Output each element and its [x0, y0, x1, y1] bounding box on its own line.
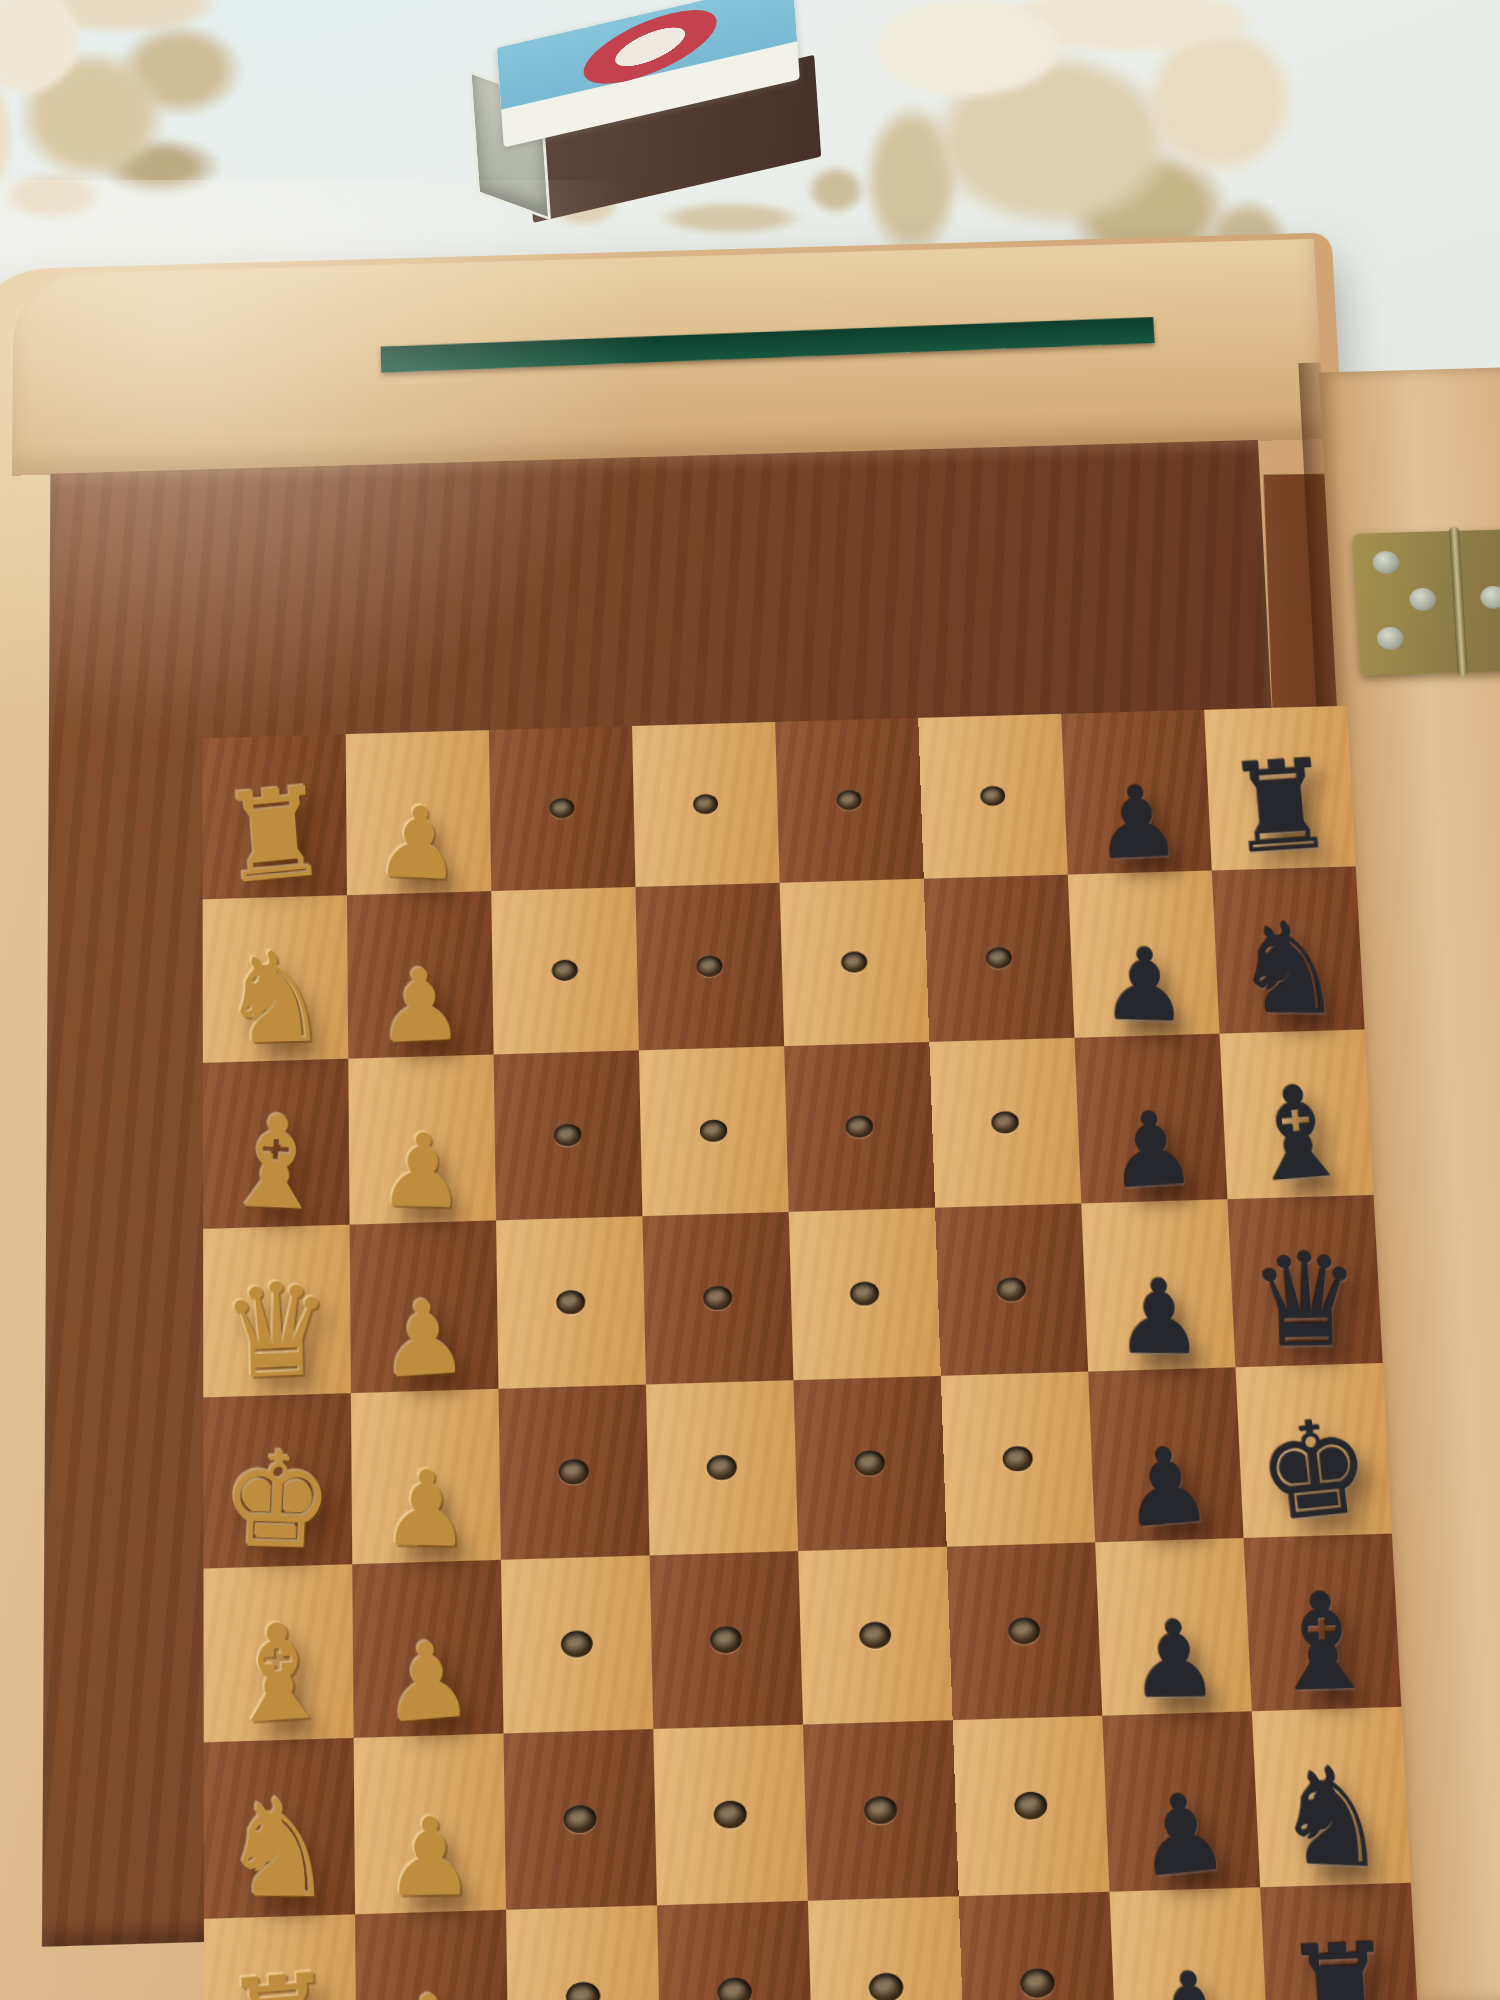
square-a7[interactable]: ♟	[1061, 710, 1212, 875]
square-a1[interactable]: ♜	[202, 734, 347, 899]
peg-hole	[841, 951, 867, 973]
chess-board[interactable]: ♜♟♟♜♞♟♟♞♝♟♟♝♛♟♟♛♚♟♟♚♝♟♟♝♞♟♟♞♜♟♟♜	[202, 706, 1420, 2000]
peg-hole	[1002, 1446, 1033, 1472]
hinge-pin	[1449, 527, 1468, 677]
peg-hole	[859, 1622, 891, 1649]
square-h4[interactable]	[657, 1901, 813, 2000]
piece-wQ-d1[interactable]: ♛	[220, 1266, 334, 1394]
square-c4[interactable]	[639, 1046, 789, 1216]
peg-hole	[854, 1450, 885, 1476]
square-f8[interactable]: ♝	[1244, 1534, 1402, 1712]
square-e2[interactable]: ♟	[351, 1389, 501, 1564]
piece-bP-c7[interactable]: ♟	[1105, 1099, 1200, 1201]
square-b8[interactable]: ♞	[1212, 866, 1365, 1033]
square-a2[interactable]: ♟	[346, 730, 492, 895]
peg-hole	[696, 955, 722, 977]
square-d1[interactable]: ♛	[203, 1225, 351, 1398]
peg-hole	[1020, 1968, 1055, 1998]
piece-bP-a7[interactable]: ♟	[1092, 774, 1184, 871]
square-c3[interactable]	[494, 1050, 643, 1220]
square-f3[interactable]	[501, 1555, 653, 1733]
piece-bQ-d8[interactable]: ♛	[1248, 1239, 1363, 1363]
square-f1[interactable]: ♝	[204, 1564, 354, 1742]
peg-hole	[693, 794, 718, 815]
brass-hinge	[1353, 528, 1500, 675]
square-a8[interactable]: ♜	[1204, 706, 1356, 871]
piece-wP-a2[interactable]: ♟	[373, 794, 465, 891]
piece-bP-h7[interactable]: ♟	[1142, 1959, 1238, 2000]
photo-scene: ♜♟♟♜♞♟♟♞♝♟♟♝♛♟♟♛♚♟♟♚♝♟♟♝♞♟♟♞♜♟♟♜	[0, 0, 1500, 2000]
square-g6[interactable]	[953, 1716, 1110, 1897]
square-e4[interactable]	[646, 1380, 798, 1555]
peg-hole	[1008, 1617, 1040, 1644]
square-b4[interactable]	[635, 883, 784, 1050]
square-g8[interactable]: ♞	[1252, 1707, 1411, 1887]
square-d8[interactable]: ♛	[1227, 1195, 1382, 1367]
square-b3[interactable]	[491, 887, 639, 1055]
piece-bR-a8[interactable]: ♜	[1222, 745, 1340, 869]
square-d6[interactable]	[935, 1203, 1088, 1375]
piece-bB-f8[interactable]: ♝	[1264, 1578, 1383, 1708]
peg-hole	[563, 1805, 596, 1834]
hinge-screw	[1376, 627, 1404, 650]
square-g3[interactable]	[503, 1729, 657, 1910]
square-b5[interactable]	[780, 879, 930, 1046]
square-b1[interactable]: ♞	[203, 895, 349, 1063]
square-f6[interactable]	[947, 1542, 1103, 1720]
square-c7[interactable]: ♟	[1074, 1034, 1227, 1204]
piece-wB-c1[interactable]: ♝	[217, 1100, 335, 1226]
square-a4[interactable]	[632, 722, 780, 887]
peg-hole	[549, 798, 574, 819]
square-b2[interactable]: ♟	[347, 891, 494, 1059]
piece-wP-c2[interactable]: ♟	[376, 1122, 468, 1221]
square-b6[interactable]	[924, 875, 1075, 1042]
square-e6[interactable]	[941, 1372, 1095, 1547]
square-e3[interactable]	[498, 1385, 649, 1560]
square-g4[interactable]	[653, 1725, 808, 1906]
piece-bR-h8[interactable]: ♜	[1280, 1927, 1403, 2000]
square-g1[interactable]: ♞	[204, 1738, 355, 1919]
board-frame: ♜♟♟♜♞♟♟♞♝♟♟♝♛♟♟♛♚♟♟♚♝♟♟♝♞♟♟♞♜♟♟♜	[42, 440, 1332, 1947]
peg-hole	[864, 1796, 898, 1825]
peg-hole	[997, 1277, 1027, 1301]
square-h6[interactable]	[959, 1892, 1117, 2000]
square-f2[interactable]: ♟	[352, 1560, 503, 1738]
piece-wP-e2[interactable]: ♟	[380, 1459, 471, 1559]
piece-bP-b7[interactable]: ♟	[1101, 936, 1189, 1033]
piece-wR-a1[interactable]: ♜	[216, 771, 333, 899]
piece-wP-g2[interactable]: ♟	[384, 1805, 475, 1909]
peg-hole	[566, 1982, 601, 2000]
square-h7[interactable]: ♟	[1109, 1887, 1268, 2000]
piece-wB-f1[interactable]: ♝	[220, 1606, 338, 1740]
square-e1[interactable]: ♚	[203, 1393, 352, 1568]
piece-bB-c8[interactable]: ♝	[1236, 1069, 1358, 1199]
square-d4[interactable]	[642, 1212, 793, 1385]
peg-hole	[552, 960, 578, 982]
square-a6[interactable]	[918, 714, 1068, 879]
square-c8[interactable]: ♝	[1220, 1029, 1374, 1199]
square-a3[interactable]	[489, 726, 636, 891]
peg-hole	[991, 1111, 1019, 1134]
piece-wN-b1[interactable]: ♞	[220, 937, 330, 1059]
peg-hole	[850, 1281, 879, 1305]
peg-hole	[869, 1973, 904, 2000]
peg-hole	[707, 1455, 738, 1481]
square-c6[interactable]	[929, 1038, 1081, 1208]
piece-wK-e1[interactable]: ♚	[219, 1437, 337, 1565]
peg-hole	[717, 1977, 752, 2000]
piece-bP-e7[interactable]: ♟	[1118, 1434, 1216, 1541]
peg-hole	[837, 790, 862, 811]
piece-bP-g7[interactable]: ♟	[1132, 1779, 1233, 1890]
piece-bK-e8[interactable]: ♚	[1252, 1402, 1378, 1537]
square-g7[interactable]: ♟	[1102, 1711, 1260, 1892]
peg-hole	[980, 786, 1005, 807]
square-g5[interactable]	[803, 1720, 959, 1901]
piece-wP-h2[interactable]: ♟	[383, 1979, 482, 2000]
square-g2[interactable]: ♟	[354, 1733, 506, 1914]
peg-hole	[556, 1290, 585, 1315]
piece-bN-g8[interactable]: ♞	[1274, 1751, 1390, 1884]
square-d3[interactable]	[496, 1216, 646, 1389]
square-h5[interactable]	[808, 1896, 965, 2000]
peg-hole	[714, 1800, 747, 1829]
square-e8[interactable]: ♚	[1235, 1363, 1391, 1538]
square-h2[interactable]: ♟	[355, 1910, 509, 2000]
piece-bN-b8[interactable]: ♞	[1233, 909, 1344, 1029]
square-b7[interactable]: ♟	[1068, 870, 1220, 1037]
piece-wP-f2[interactable]: ♟	[380, 1628, 476, 1736]
square-h3[interactable]	[506, 1905, 661, 2000]
peg-hole	[554, 1123, 582, 1146]
peg-hole	[1014, 1791, 1048, 1820]
hinge-screw	[1480, 586, 1500, 609]
peg-hole	[845, 1115, 873, 1138]
square-f4[interactable]	[650, 1551, 803, 1729]
square-d2[interactable]: ♟	[350, 1220, 499, 1393]
folding-chess-box: ♜♟♟♜♞♟♟♞♝♟♟♝♛♟♟♛♚♟♟♚♝♟♟♝♞♟♟♞♜♟♟♜	[0, 226, 1500, 2000]
square-e5[interactable]	[793, 1376, 946, 1551]
square-h8[interactable]: ♜	[1260, 1883, 1420, 2000]
square-f5[interactable]	[798, 1547, 952, 1725]
square-e7[interactable]: ♟	[1088, 1367, 1243, 1542]
piece-wP-d2[interactable]: ♟	[378, 1287, 471, 1391]
peg-hole	[559, 1459, 589, 1485]
peg-hole	[700, 1119, 728, 1142]
piece-bP-f7[interactable]: ♟	[1128, 1609, 1221, 1711]
piece-bP-d7[interactable]: ♟	[1115, 1268, 1205, 1366]
square-c2[interactable]: ♟	[348, 1054, 496, 1224]
hinge-screw	[1409, 588, 1437, 611]
matchbox	[461, 2, 824, 231]
square-c1[interactable]: ♝	[203, 1059, 350, 1229]
peg-hole	[710, 1626, 742, 1653]
piece-wP-b2[interactable]: ♟	[375, 956, 465, 1055]
square-c5[interactable]	[784, 1042, 935, 1212]
square-a5[interactable]	[775, 718, 924, 883]
peg-hole	[703, 1286, 732, 1311]
hinge-screw	[1372, 551, 1400, 574]
square-d5[interactable]	[789, 1208, 941, 1381]
peg-hole	[986, 947, 1013, 969]
square-f7[interactable]: ♟	[1095, 1538, 1252, 1716]
piece-wR-h1[interactable]: ♜	[219, 1957, 340, 2000]
square-d7[interactable]: ♟	[1081, 1199, 1235, 1371]
peg-hole	[561, 1630, 593, 1657]
piece-wN-g1[interactable]: ♞	[220, 1784, 337, 1914]
